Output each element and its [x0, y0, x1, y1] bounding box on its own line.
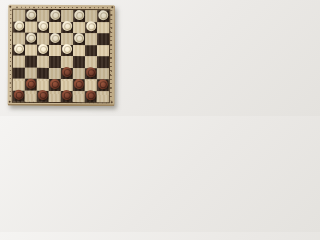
- square-f4: [73, 56, 85, 68]
- dark-piece: [62, 67, 72, 77]
- frame-ornament-right: [110, 10, 112, 100]
- white-piece: [86, 21, 96, 31]
- dark-piece: [86, 67, 96, 77]
- square-b4: [25, 56, 37, 68]
- square-b3: [25, 67, 37, 79]
- white-piece: [38, 44, 48, 54]
- square-h1: [97, 91, 109, 103]
- white-piece: [98, 10, 108, 20]
- square-f7: [73, 22, 85, 34]
- square-h8: [97, 10, 109, 22]
- corner-pin-icon: [9, 101, 11, 103]
- frame-ornament-left: [9, 10, 11, 100]
- square-c6: [37, 33, 49, 45]
- white-piece: [62, 44, 72, 54]
- white-piece: [14, 21, 24, 31]
- board-grid: [13, 10, 110, 103]
- dark-piece: [26, 79, 36, 89]
- square-g3: [85, 68, 97, 80]
- square-b2: [25, 79, 37, 91]
- square-c1: [37, 90, 49, 102]
- dark-piece: [98, 79, 108, 89]
- square-f2: [73, 79, 85, 91]
- frame-ornament-top: [13, 6, 108, 8]
- square-a3: [13, 67, 25, 79]
- square-e3: [61, 67, 73, 79]
- square-e4: [61, 56, 73, 68]
- square-a7: [13, 21, 25, 33]
- square-f1: [73, 91, 85, 103]
- square-h2: [97, 79, 109, 91]
- white-piece: [74, 33, 84, 43]
- square-b1: [25, 90, 37, 102]
- white-piece: [50, 33, 60, 43]
- square-c7: [37, 21, 49, 33]
- square-e5: [61, 44, 73, 56]
- square-h5: [97, 45, 109, 57]
- square-d4: [49, 56, 61, 68]
- square-b5: [25, 44, 37, 56]
- dark-piece: [14, 90, 24, 100]
- square-e1: [61, 90, 73, 102]
- square-a4: [13, 56, 25, 68]
- dark-piece: [86, 90, 96, 100]
- corner-pin-icon: [9, 6, 11, 8]
- square-c5: [37, 44, 49, 56]
- square-g2: [85, 79, 97, 91]
- square-d7: [49, 21, 61, 33]
- square-a8: [13, 10, 25, 22]
- square-d5: [49, 44, 61, 56]
- square-c2: [37, 79, 49, 91]
- square-a2: [13, 79, 25, 91]
- square-b6: [25, 33, 37, 45]
- white-piece: [50, 10, 60, 20]
- square-f6: [73, 33, 85, 45]
- square-d8: [49, 10, 61, 22]
- square-c8: [37, 10, 49, 22]
- white-piece: [14, 44, 24, 54]
- square-f3: [73, 68, 85, 80]
- square-b7: [25, 21, 37, 33]
- square-a6: [13, 33, 25, 45]
- white-piece: [26, 10, 36, 20]
- dark-piece: [38, 90, 48, 100]
- corner-pin-icon: [111, 6, 113, 8]
- square-f8: [73, 10, 85, 22]
- white-piece: [26, 33, 36, 43]
- dark-piece: [74, 79, 84, 89]
- square-c3: [37, 67, 49, 79]
- checkers-board: [8, 5, 116, 107]
- corner-pin-icon: [110, 101, 112, 103]
- square-e2: [61, 79, 73, 91]
- square-a5: [13, 44, 25, 56]
- square-d1: [49, 90, 61, 102]
- square-a1: [13, 90, 25, 102]
- white-piece: [38, 21, 48, 31]
- square-g4: [85, 56, 97, 68]
- white-piece: [62, 21, 72, 31]
- square-d6: [49, 33, 61, 45]
- square-h7: [97, 22, 109, 34]
- square-g7: [85, 22, 97, 34]
- square-f5: [73, 45, 85, 57]
- square-b8: [25, 10, 37, 22]
- dark-piece: [62, 90, 72, 100]
- square-d3: [49, 67, 61, 79]
- square-e7: [61, 21, 73, 33]
- square-g8: [85, 10, 97, 22]
- square-g6: [85, 33, 97, 45]
- square-h6: [97, 33, 109, 45]
- white-piece: [74, 10, 84, 20]
- photo-background: [0, 0, 125, 116]
- square-h3: [97, 68, 109, 80]
- square-h4: [97, 56, 109, 68]
- square-c4: [37, 56, 49, 68]
- square-g5: [85, 45, 97, 57]
- square-d2: [49, 79, 61, 91]
- square-e8: [61, 10, 73, 22]
- square-g1: [85, 91, 97, 103]
- dark-piece: [50, 79, 60, 89]
- square-e6: [61, 33, 73, 45]
